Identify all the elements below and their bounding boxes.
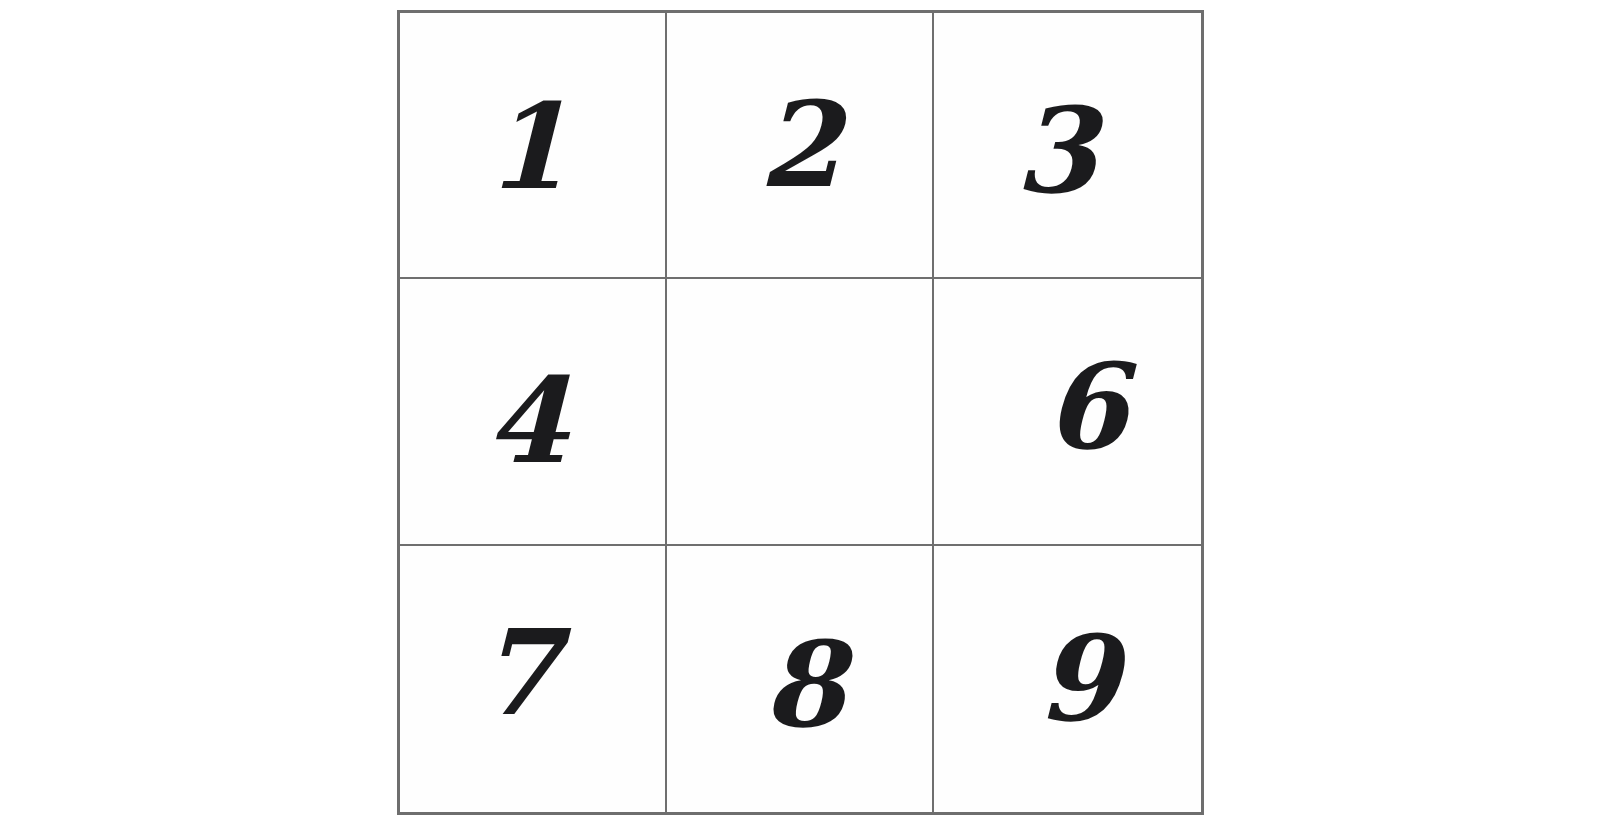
cell-r2c3[interactable]: 6 (934, 279, 1201, 545)
digit-6: 6 (1044, 348, 1126, 466)
cell-r2c2-empty[interactable] (667, 279, 934, 545)
cell-r3c1[interactable]: 7 (400, 546, 667, 812)
digit-3: 3 (1014, 92, 1096, 210)
cell-r1c1[interactable]: 1 (400, 13, 667, 279)
digit-7: 7 (477, 614, 559, 732)
digit-2: 2 (758, 86, 840, 204)
puzzle-board: 1 2 3 4 6 7 8 9 (397, 10, 1204, 815)
cell-r1c3[interactable]: 3 (934, 13, 1201, 279)
cell-r3c2[interactable]: 8 (667, 546, 934, 812)
digit-4: 4 (485, 362, 567, 480)
cell-r2c1[interactable]: 4 (400, 279, 667, 545)
digit-8: 8 (762, 626, 844, 744)
cell-r3c3[interactable]: 9 (934, 546, 1201, 812)
digit-1: 1 (485, 88, 567, 206)
digit-9: 9 (1036, 620, 1118, 738)
cell-r1c2[interactable]: 2 (667, 13, 934, 279)
